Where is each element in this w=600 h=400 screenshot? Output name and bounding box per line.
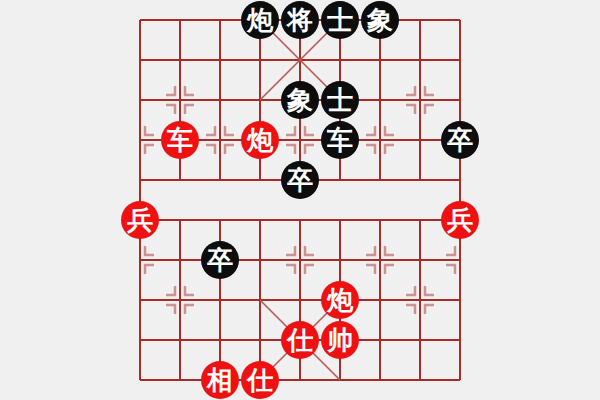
black-pawn-glyph: 卒: [441, 121, 479, 159]
black-advisor-glyph: 士: [321, 1, 359, 39]
black-elephant-glyph: 象: [361, 1, 399, 39]
red-elephant-glyph: 相: [201, 361, 239, 399]
piece-black-pawn[interactable]: 卒: [280, 160, 320, 200]
piece-black-chariot[interactable]: 车: [320, 120, 360, 160]
black-cannon-glyph: 炮: [241, 1, 279, 39]
black-pawn-glyph: 卒: [201, 241, 239, 279]
black-king-glyph: 将: [281, 1, 319, 39]
red-pawn-glyph: 兵: [441, 201, 479, 239]
piece-red-advisor[interactable]: 仕: [280, 320, 320, 360]
piece-red-cannon[interactable]: 炮: [240, 120, 280, 160]
red-pawn-glyph: 兵: [121, 201, 159, 239]
black-chariot-glyph: 车: [321, 121, 359, 159]
piece-red-king[interactable]: 帅: [320, 320, 360, 360]
piece-red-cannon[interactable]: 炮: [320, 280, 360, 320]
piece-black-pawn[interactable]: 卒: [200, 240, 240, 280]
xiangqi-board[interactable]: 炮将士象象士车炮车卒卒兵兵卒炮仕帅相仕: [120, 0, 480, 400]
red-advisor-glyph: 仕: [281, 321, 319, 359]
red-chariot-glyph: 车: [161, 121, 199, 159]
piece-black-cannon[interactable]: 炮: [240, 0, 280, 40]
red-advisor-glyph: 仕: [241, 361, 279, 399]
piece-red-advisor[interactable]: 仕: [240, 360, 280, 400]
piece-black-elephant[interactable]: 象: [360, 0, 400, 40]
black-advisor-glyph: 士: [321, 81, 359, 119]
red-king-glyph: 帅: [321, 321, 359, 359]
piece-black-advisor[interactable]: 士: [320, 80, 360, 120]
piece-black-elephant[interactable]: 象: [280, 80, 320, 120]
piece-black-king[interactable]: 将: [280, 0, 320, 40]
xiangqi-screenshot: 炮将士象象士车炮车卒卒兵兵卒炮仕帅相仕: [0, 0, 600, 400]
red-cannon-glyph: 炮: [321, 281, 359, 319]
black-elephant-glyph: 象: [281, 81, 319, 119]
black-pawn-glyph: 卒: [281, 161, 319, 199]
piece-black-advisor[interactable]: 士: [320, 0, 360, 40]
piece-red-elephant[interactable]: 相: [200, 360, 240, 400]
piece-red-chariot[interactable]: 车: [160, 120, 200, 160]
piece-red-pawn[interactable]: 兵: [120, 200, 160, 240]
piece-red-pawn[interactable]: 兵: [440, 200, 480, 240]
red-cannon-glyph: 炮: [241, 121, 279, 159]
piece-black-pawn[interactable]: 卒: [440, 120, 480, 160]
